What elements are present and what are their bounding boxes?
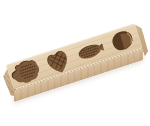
kashigata-board	[3, 21, 149, 102]
photo-background	[0, 0, 150, 126]
